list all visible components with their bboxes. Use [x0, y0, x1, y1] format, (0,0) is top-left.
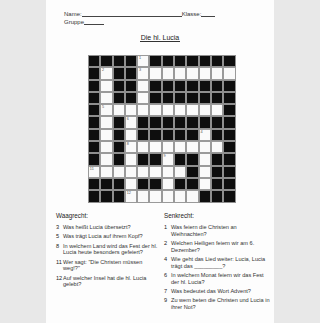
- grid-cell-black: [211, 178, 223, 190]
- grid-cell-black: [113, 80, 125, 92]
- clue-number: 8: [56, 243, 63, 256]
- grid-cell-black: [100, 190, 112, 202]
- grid-cell-black: [211, 153, 223, 165]
- grid-cell-white[interactable]: [137, 80, 149, 92]
- clue-number: 2: [164, 240, 171, 253]
- grid-cell-white[interactable]: [162, 178, 174, 190]
- grid-cell-white[interactable]: [137, 92, 149, 104]
- grid-cell-white[interactable]: [100, 153, 112, 165]
- clue-text: Was trägt Lucia auf ihrem Kopf?: [63, 233, 158, 240]
- grid-cell-white[interactable]: [199, 178, 211, 190]
- grid-cell-black: [223, 129, 235, 141]
- grid-cell-black: [211, 55, 223, 67]
- grid-cell-black: [113, 190, 125, 202]
- grid-cell-black: [88, 104, 100, 116]
- grid-cell-black: [88, 92, 100, 104]
- down-clues-section: Senkrecht: 1Was feiern die Christen an W…: [164, 212, 270, 313]
- clue-number: 3: [56, 224, 63, 231]
- grid-cell-black: [149, 92, 161, 104]
- grid-cell-white[interactable]: [162, 141, 174, 153]
- grid-cell-black: [88, 178, 100, 190]
- grid-cell-black: [223, 178, 235, 190]
- name-klasse-line: Name:Klasse:: [64, 11, 256, 17]
- page-title: Die hl. Lucia: [46, 34, 274, 41]
- clue-text: Zu wem beten die Christen und Lucia in i…: [171, 297, 270, 310]
- grid-cell-black: [186, 129, 198, 141]
- across-clues-section: Waagrecht: 3Was heißt Lucia übersetzt?5W…: [56, 212, 158, 291]
- grid-cell-white[interactable]: [199, 104, 211, 116]
- name-label: Name:: [64, 11, 82, 17]
- grid-cell-black: [88, 153, 100, 165]
- grid-cell-black: [186, 116, 198, 128]
- clue-item: 9Zu wem beten die Christen und Lucia in …: [164, 297, 270, 310]
- grid-cell-black: [186, 178, 198, 190]
- clue-number-in-cell: 2: [102, 68, 104, 72]
- grid-cell-black: [223, 166, 235, 178]
- grid-cell-black: [125, 80, 137, 92]
- grid-cell-black: [223, 55, 235, 67]
- grid-cell-white[interactable]: 9: [162, 153, 174, 165]
- grid-cell-white[interactable]: [162, 67, 174, 79]
- across-heading: Waagrecht:: [56, 212, 158, 219]
- clue-number: 1: [164, 224, 171, 237]
- grid-cell-white[interactable]: [211, 141, 223, 153]
- grid-cell-black: [149, 80, 161, 92]
- grid-cell-white[interactable]: [162, 190, 174, 202]
- grid-cell-white[interactable]: [199, 141, 211, 153]
- grid-cell-black: [162, 116, 174, 128]
- grid-cell-white[interactable]: [199, 153, 211, 165]
- grid-cell-black: [88, 190, 100, 202]
- grid-cell-black: [100, 55, 112, 67]
- grid-cell-white[interactable]: [162, 166, 174, 178]
- clue-item: 2Welchen Heiligen feiern wir am 6. Dezem…: [164, 240, 270, 253]
- grid-cell-white[interactable]: [174, 141, 186, 153]
- clue-item: 4Wie geht das Lied weiter: Lucia, Lucia …: [164, 256, 270, 269]
- grid-cell-black: [174, 80, 186, 92]
- grid-cell-black: [137, 116, 149, 128]
- grid-cell-white[interactable]: [113, 104, 125, 116]
- clue-number: 5: [56, 233, 63, 240]
- grid-cell-black: [199, 116, 211, 128]
- clue-item: 3Was heißt Lucia übersetzt?: [56, 224, 158, 231]
- grid-cell-white[interactable]: [137, 190, 149, 202]
- clue-number: 7: [164, 288, 171, 295]
- clue-number-in-cell: 12: [127, 191, 131, 195]
- clue-text: In welchem Land wird das Fest der hl. Lu…: [63, 243, 158, 256]
- grid-cell-white[interactable]: [186, 104, 198, 116]
- grid-cell-white[interactable]: [149, 190, 161, 202]
- clue-number-in-cell: 9: [164, 154, 166, 158]
- clue-number-in-cell: 1: [139, 56, 141, 60]
- clue-text: Auf welcher Insel hat die hl. Lucia gele…: [63, 275, 158, 288]
- grid-cell-black: [113, 153, 125, 165]
- grid-cell-black: [211, 190, 223, 202]
- grid-cell-black: [113, 129, 125, 141]
- grid-cell-black: [174, 178, 186, 190]
- grid-cell-white[interactable]: 3: [137, 67, 149, 79]
- grid-cell-white[interactable]: [137, 104, 149, 116]
- clue-number: 11: [56, 259, 63, 272]
- grid-cell-white[interactable]: [100, 116, 112, 128]
- down-heading: Senkrecht:: [164, 212, 270, 219]
- grid-cell-white[interactable]: [113, 166, 125, 178]
- clue-number-in-cell: 11: [90, 167, 94, 171]
- grid-cell-black: [199, 190, 211, 202]
- grid-cell-black: [149, 153, 161, 165]
- grid-cell-black: [113, 55, 125, 67]
- grid-cell-black: [211, 129, 223, 141]
- clue-text: Was heißt Lucia übersetzt?: [63, 224, 158, 231]
- clue-item: 1Was feiern die Christen an Weihnachten?: [164, 224, 270, 237]
- grid-cell-white[interactable]: [100, 141, 112, 153]
- grid-cell-white[interactable]: [186, 141, 198, 153]
- grid-cell-white[interactable]: [174, 67, 186, 79]
- grid-cell-black: [211, 116, 223, 128]
- grid-cell-black: [199, 55, 211, 67]
- clue-number: 12: [56, 275, 63, 288]
- down-clue-list: 1Was feiern die Christen an Weihnachten?…: [164, 224, 270, 311]
- clue-text: Was feiern die Christen an Weihnachten?: [171, 224, 270, 237]
- clue-text: Was bedeutet das Wort Advent?: [171, 288, 270, 295]
- grid-cell-white[interactable]: [211, 67, 223, 79]
- grid-cell-black: [174, 129, 186, 141]
- clue-text: Wer sagt: "Die Christen müssen weg!?": [63, 259, 158, 272]
- grid-cell-white[interactable]: 5: [100, 104, 112, 116]
- grid-cell-black: [125, 55, 137, 67]
- clue-item: 6In welchem Monat feiern wir das Fest de…: [164, 272, 270, 285]
- grid-cell-black: [88, 80, 100, 92]
- grid-cell-black: [162, 55, 174, 67]
- gruppe-line: Gruppe: [64, 19, 104, 25]
- grid-cell-black: [174, 153, 186, 165]
- grid-cell-black: [199, 80, 211, 92]
- grid-cell-white[interactable]: 11: [88, 166, 100, 178]
- clue-number-in-cell: 6: [127, 117, 129, 121]
- grid-cell-white[interactable]: [125, 104, 137, 116]
- grid-cell-black: [137, 129, 149, 141]
- grid-cell-black: [149, 178, 161, 190]
- grid-cell-black: [162, 92, 174, 104]
- grid-cell-white[interactable]: [149, 141, 161, 153]
- grid-cell-white[interactable]: [100, 166, 112, 178]
- clue-number: 6: [164, 272, 171, 285]
- clue-text: Wie geht das Lied weiter: Lucia, Lucia t…: [171, 256, 270, 269]
- grid-cell-black: [174, 92, 186, 104]
- grid-cell-black: [149, 55, 161, 67]
- grid-cell-black: [174, 116, 186, 128]
- grid-cell-white[interactable]: [100, 129, 112, 141]
- grid-cell-black: [223, 116, 235, 128]
- grid-cell-black: [223, 92, 235, 104]
- gruppe-label: Gruppe: [64, 19, 84, 25]
- grid-cell-black: [211, 80, 223, 92]
- clue-item: 8In welchem Land wird das Fest der hl. L…: [56, 243, 158, 256]
- grid-cell-white[interactable]: [149, 104, 161, 116]
- grid-cell-white[interactable]: [199, 67, 211, 79]
- grid-cell-black: [125, 92, 137, 104]
- grid-cell-black: [88, 129, 100, 141]
- clue-number-in-cell: 8: [127, 142, 129, 146]
- clue-text: Welchen Heiligen feiern wir am 6. Dezemb…: [171, 240, 270, 253]
- clue-item: 7Was bedeutet das Wort Advent?: [164, 288, 270, 295]
- grid-cell-black: [149, 116, 161, 128]
- grid-cell-white[interactable]: [186, 67, 198, 79]
- grid-cell-black: [125, 67, 137, 79]
- grid-cell-white[interactable]: [149, 67, 161, 79]
- grid-cell-black: [162, 80, 174, 92]
- clue-text: In welchem Monat feiern wir das Fest der…: [171, 272, 270, 285]
- grid-cell-white[interactable]: 12: [125, 190, 137, 202]
- grid-cell-white[interactable]: [174, 190, 186, 202]
- grid-cell-white[interactable]: [100, 92, 112, 104]
- grid-cell-white[interactable]: [174, 166, 186, 178]
- grid-cell-black: [223, 80, 235, 92]
- grid-cell-black: [149, 129, 161, 141]
- grid-cell-black: [186, 55, 198, 67]
- grid-cell-white[interactable]: [186, 190, 198, 202]
- grid-cell-black: [88, 55, 100, 67]
- grid-cell-black: [223, 153, 235, 165]
- grid-cell-black: [113, 141, 125, 153]
- grid-cell-black: [199, 92, 211, 104]
- clue-number-in-cell: 4: [200, 130, 202, 134]
- grid-cell-white[interactable]: [174, 104, 186, 116]
- across-clue-list: 3Was heißt Lucia übersetzt?5Was trägt Lu…: [56, 224, 158, 288]
- grid-cell-white[interactable]: 8: [125, 141, 137, 153]
- klasse-label: Klasse:: [182, 11, 202, 17]
- grid-cell-white[interactable]: [162, 104, 174, 116]
- grid-cell-black: [174, 55, 186, 67]
- grid-cell-black: [137, 153, 149, 165]
- grid-cell-white[interactable]: [125, 178, 137, 190]
- grid-cell-black: [113, 67, 125, 79]
- klasse-input-line[interactable]: [201, 11, 215, 17]
- grid-cell-black: [211, 92, 223, 104]
- grid-cell-black: [223, 190, 235, 202]
- grid-cell-black: [113, 92, 125, 104]
- grid-cell-black: [137, 178, 149, 190]
- worksheet-page: Name:Klasse: Gruppe Die hl. Lucia 123564…: [46, 0, 274, 323]
- grid-cell-white[interactable]: [211, 104, 223, 116]
- grid-cell-black: [223, 104, 235, 116]
- clue-item: 5Was trägt Lucia auf ihrem Kopf?: [56, 233, 158, 240]
- grid-cell-black: [211, 166, 223, 178]
- clue-number: 9: [164, 297, 171, 310]
- grid-cell-white[interactable]: 4: [199, 129, 211, 141]
- grid-cell-white[interactable]: [223, 67, 235, 79]
- grid-cell-white[interactable]: [125, 129, 137, 141]
- grid-cell-white[interactable]: [137, 166, 149, 178]
- grid-cell-white[interactable]: 1: [137, 55, 149, 67]
- grid-cell-black: [162, 129, 174, 141]
- crossword-grid: 123564891112: [88, 55, 236, 203]
- clue-number-in-cell: 3: [139, 68, 141, 72]
- grid-cell-black: [186, 92, 198, 104]
- grid-cell-black: [186, 153, 198, 165]
- grid-cell-white[interactable]: 2: [100, 67, 112, 79]
- grid-cell-black: [113, 178, 125, 190]
- grid-cell-white[interactable]: [137, 141, 149, 153]
- clue-item: 12Auf welcher Insel hat die hl. Lucia ge…: [56, 275, 158, 288]
- grid-cell-black: [100, 178, 112, 190]
- grid-cell-black: [88, 141, 100, 153]
- gruppe-input-line[interactable]: [84, 19, 104, 25]
- grid-cell-white[interactable]: [125, 166, 137, 178]
- grid-cell-black: [88, 67, 100, 79]
- clue-item: 11Wer sagt: "Die Christen müssen weg!?": [56, 259, 158, 272]
- grid-cell-black: [113, 116, 125, 128]
- grid-cell-white[interactable]: [149, 166, 161, 178]
- grid-cell-black: [88, 116, 100, 128]
- clue-number-in-cell: 5: [102, 105, 104, 109]
- grid-cell-white[interactable]: [100, 80, 112, 92]
- grid-cell-white[interactable]: 6: [125, 116, 137, 128]
- grid-cell-black: [186, 80, 198, 92]
- grid-cell-white[interactable]: [125, 153, 137, 165]
- grid-cell-black: [186, 166, 198, 178]
- grid-cell-black: [223, 141, 235, 153]
- grid-cell-white[interactable]: [199, 166, 211, 178]
- name-input-line[interactable]: [82, 11, 182, 17]
- clue-number: 4: [164, 256, 171, 269]
